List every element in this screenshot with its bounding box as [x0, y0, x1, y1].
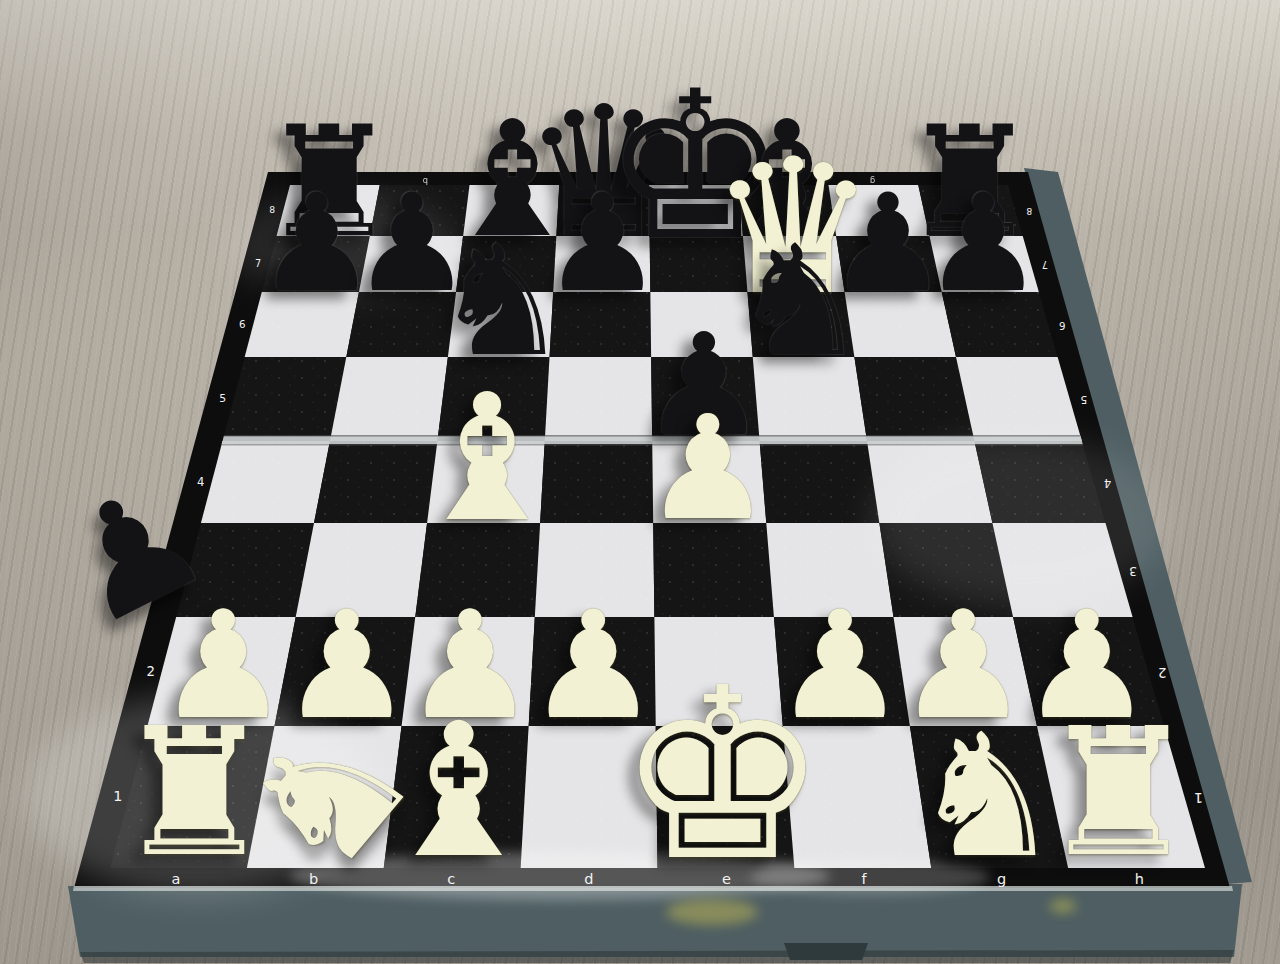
piece-white-bishop-c1: ♝ — [376, 699, 542, 884]
piece-white-king-e1: ♚ — [616, 657, 828, 894]
pieces-layer: ♜♝♛♚♝♜♟♟♟♛♟♟♞♞♟♝♟♟♟♟♟♟♟♟♜♞♝♚♞♜♟ — [0, 0, 1280, 964]
piece-white-rook-h1: ♜ — [1039, 705, 1198, 882]
piece-white-bishop-c4: ♝ — [409, 371, 566, 546]
piece-black-pawn-h7: ♟ — [923, 176, 1044, 311]
piece-white-pawn-e4: ♟ — [643, 395, 772, 539]
piece-black-knight-c6: ♞ — [433, 225, 570, 378]
scene: aabbccddeeffgghh1122334455667788 ♜♝♛♚♝♜♟… — [0, 0, 1280, 964]
